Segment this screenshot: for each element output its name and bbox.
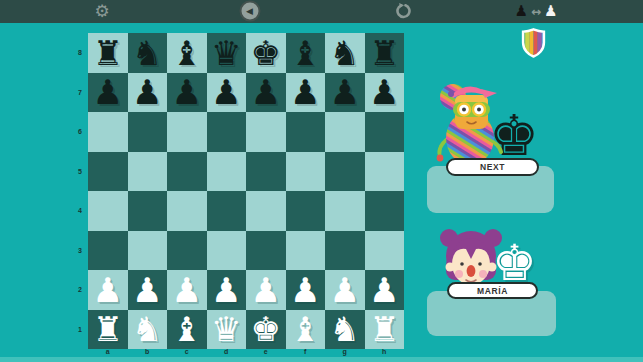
double-arrow-icon: ↔ (531, 5, 541, 17)
swap-sides-icon[interactable]: ♟ ↔ ♟ (515, 4, 558, 19)
square-c6[interactable] (167, 112, 207, 152)
square-g7[interactable]: ♟ (325, 73, 365, 113)
white-knight: ♞ (330, 312, 360, 346)
square-d4[interactable] (207, 191, 247, 231)
rank-label-2: 2 (68, 270, 85, 310)
black-queen: ♛ (211, 36, 241, 70)
black-rook: ♜ (369, 36, 399, 70)
square-d2[interactable]: ♟ (207, 270, 247, 310)
black-knight: ♞ (330, 36, 360, 70)
white-pawn: ♟ (132, 273, 162, 307)
square-g2[interactable]: ♟ (325, 270, 365, 310)
square-h6[interactable] (365, 112, 405, 152)
square-f6[interactable] (286, 112, 326, 152)
square-c7[interactable]: ♟ (167, 73, 207, 113)
black-pawn-icon: ♟ (515, 4, 528, 19)
square-a8[interactable]: ♜ (88, 33, 128, 73)
square-e3[interactable] (246, 231, 286, 271)
square-a4[interactable] (88, 191, 128, 231)
square-h2[interactable]: ♟ (365, 270, 405, 310)
black-pawn: ♟ (132, 75, 162, 109)
square-b4[interactable] (128, 191, 168, 231)
white-rook: ♜ (369, 312, 399, 346)
back-triangle-icon: ◀ (246, 7, 253, 16)
square-a2[interactable]: ♟ (88, 270, 128, 310)
square-g4[interactable] (325, 191, 365, 231)
black-bishop: ♝ (172, 36, 202, 70)
black-pawn: ♟ (211, 75, 241, 109)
black-bishop: ♝ (290, 36, 320, 70)
square-d5[interactable] (207, 152, 247, 192)
black-knight: ♞ (132, 36, 162, 70)
white-pawn-icon: ♟ (544, 4, 557, 19)
rank-label-8: 8 (68, 33, 85, 73)
square-e8[interactable]: ♚ (246, 33, 286, 73)
white-pawn: ♟ (172, 273, 202, 307)
square-h5[interactable] (365, 152, 405, 192)
square-b6[interactable] (128, 112, 168, 152)
square-e5[interactable] (246, 152, 286, 192)
square-f2[interactable]: ♟ (286, 270, 326, 310)
square-d8[interactable]: ♛ (207, 33, 247, 73)
square-d6[interactable] (207, 112, 247, 152)
rank-label-1: 1 (68, 310, 85, 350)
square-c5[interactable] (167, 152, 207, 192)
rank-label-6: 6 (68, 112, 85, 152)
bottom-strip (0, 357, 643, 362)
white-pawn: ♟ (211, 273, 241, 307)
square-f3[interactable] (286, 231, 326, 271)
square-e1[interactable]: ♚ (246, 310, 286, 350)
square-c3[interactable] (167, 231, 207, 271)
square-b1[interactable]: ♞ (128, 310, 168, 350)
square-b8[interactable]: ♞ (128, 33, 168, 73)
square-a6[interactable] (88, 112, 128, 152)
square-h4[interactable] (365, 191, 405, 231)
white-pawn: ♟ (330, 273, 360, 307)
pinata-llama-avatar (431, 80, 503, 170)
square-g8[interactable]: ♞ (325, 33, 365, 73)
square-h1[interactable]: ♜ (365, 310, 405, 350)
black-pawn: ♟ (290, 75, 320, 109)
black-pawn: ♟ (369, 75, 399, 109)
restart-icon[interactable] (395, 3, 411, 19)
square-e2[interactable]: ♟ (246, 270, 286, 310)
square-g3[interactable] (325, 231, 365, 271)
settings-gear-icon[interactable]: ⚙ (94, 1, 109, 21)
square-e4[interactable] (246, 191, 286, 231)
striped-shield-badge[interactable] (521, 28, 546, 62)
white-pawn: ♟ (251, 273, 281, 307)
square-f7[interactable]: ♟ (286, 73, 326, 113)
black-pawn: ♟ (251, 75, 281, 109)
square-f8[interactable]: ♝ (286, 33, 326, 73)
chess-board: ♜♞♝♛♚♝♞♜♟♟♟♟♟♟♟♟♟♟♟♟♟♟♟♟♜♞♝♛♚♝♞♜ (88, 33, 404, 349)
square-d1[interactable]: ♛ (207, 310, 247, 350)
rank-label-5: 5 (68, 152, 85, 192)
rank-label-4: 4 (68, 191, 85, 231)
black-rook: ♜ (93, 36, 123, 70)
white-bishop: ♝ (290, 312, 320, 346)
square-b3[interactable] (128, 231, 168, 271)
white-pawn: ♟ (290, 273, 320, 307)
square-a1[interactable]: ♜ (88, 310, 128, 350)
black-pawn: ♟ (172, 75, 202, 109)
rank-label-7: 7 (68, 73, 85, 113)
square-h3[interactable] (365, 231, 405, 271)
white-bishop: ♝ (172, 312, 202, 346)
square-b5[interactable] (128, 152, 168, 192)
black-pawn: ♟ (330, 75, 360, 109)
square-c1[interactable]: ♝ (167, 310, 207, 350)
square-b2[interactable]: ♟ (128, 270, 168, 310)
white-queen: ♛ (211, 312, 241, 346)
square-h8[interactable]: ♜ (365, 33, 405, 73)
square-f5[interactable] (286, 152, 326, 192)
black-king: ♚ (251, 36, 281, 70)
square-e6[interactable] (246, 112, 286, 152)
back-button-icon[interactable]: ◀ (240, 1, 261, 22)
next-player-pill[interactable]: NEXT (446, 158, 539, 176)
white-rook: ♜ (93, 312, 123, 346)
square-a5[interactable] (88, 152, 128, 192)
black-pawn: ♟ (93, 75, 123, 109)
square-h7[interactable]: ♟ (365, 73, 405, 113)
square-g5[interactable] (325, 152, 365, 192)
rank-label-3: 3 (68, 231, 85, 271)
square-d7[interactable]: ♟ (207, 73, 247, 113)
square-f1[interactable]: ♝ (286, 310, 326, 350)
rank-labels: 87654321 (68, 33, 85, 349)
white-knight: ♞ (132, 312, 162, 346)
square-a3[interactable] (88, 231, 128, 271)
square-b7[interactable]: ♟ (128, 73, 168, 113)
square-g6[interactable] (325, 112, 365, 152)
white-king: ♚ (251, 312, 281, 346)
square-c8[interactable]: ♝ (167, 33, 207, 73)
white-pawn: ♟ (93, 273, 123, 307)
square-a7[interactable]: ♟ (88, 73, 128, 113)
square-d3[interactable] (207, 231, 247, 271)
maria-player-pill[interactable]: MARÍA (447, 282, 538, 299)
white-pawn: ♟ (369, 273, 399, 307)
top-bar: ⚙ ◀ ♟ ↔ ♟ (0, 0, 643, 23)
square-g1[interactable]: ♞ (325, 310, 365, 350)
square-c2[interactable]: ♟ (167, 270, 207, 310)
square-c4[interactable] (167, 191, 207, 231)
square-f4[interactable] (286, 191, 326, 231)
square-e7[interactable]: ♟ (246, 73, 286, 113)
